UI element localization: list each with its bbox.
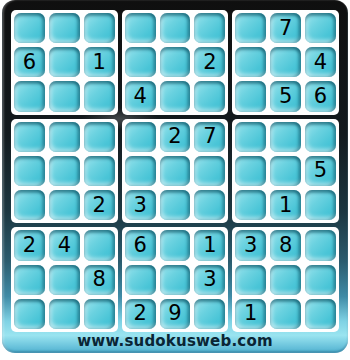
cell-r4c4[interactable] — [125, 122, 156, 152]
cell-r6c8[interactable]: 1 — [270, 190, 301, 220]
box-4: 2 — [11, 119, 118, 224]
cell-r3c8[interactable]: 5 — [270, 81, 301, 111]
cell-r1c6[interactable] — [194, 13, 225, 43]
cell-r9c6[interactable] — [194, 299, 225, 329]
cell-r9c4[interactable]: 2 — [125, 299, 156, 329]
cell-r2c4[interactable] — [125, 47, 156, 77]
cell-r9c5[interactable]: 9 — [160, 299, 191, 329]
cell-r6c2[interactable] — [49, 190, 80, 220]
cell-r1c2[interactable] — [49, 13, 80, 43]
cell-r5c6[interactable] — [194, 156, 225, 186]
box-1: 61 — [11, 10, 118, 115]
cell-r1c8[interactable]: 7 — [270, 13, 301, 43]
cell-r1c3[interactable] — [84, 13, 115, 43]
sudoku-grid: 6124745622735124861329381 — [11, 10, 339, 332]
cell-r3c2[interactable] — [49, 81, 80, 111]
cell-r7c4[interactable]: 6 — [125, 230, 156, 260]
cell-r8c9[interactable] — [305, 265, 336, 295]
cell-r7c3[interactable] — [84, 230, 115, 260]
box-8: 61329 — [122, 227, 229, 332]
cell-r1c9[interactable] — [305, 13, 336, 43]
cell-r1c7[interactable] — [235, 13, 266, 43]
box-5: 273 — [122, 119, 229, 224]
cell-r7c7[interactable]: 3 — [235, 230, 266, 260]
cell-r2c5[interactable] — [160, 47, 191, 77]
box-2: 24 — [122, 10, 229, 115]
cell-r8c1[interactable] — [14, 265, 45, 295]
cell-r5c1[interactable] — [14, 156, 45, 186]
cell-r4c5[interactable]: 2 — [160, 122, 191, 152]
cell-r8c8[interactable] — [270, 265, 301, 295]
cell-r5c2[interactable] — [49, 156, 80, 186]
cell-r3c6[interactable] — [194, 81, 225, 111]
cell-r4c2[interactable] — [49, 122, 80, 152]
cell-r4c7[interactable] — [235, 122, 266, 152]
cell-r2c9[interactable]: 4 — [305, 47, 336, 77]
cell-r8c5[interactable] — [160, 265, 191, 295]
cell-r2c1[interactable]: 6 — [14, 47, 45, 77]
cell-r5c3[interactable] — [84, 156, 115, 186]
cell-r4c6[interactable]: 7 — [194, 122, 225, 152]
cell-r8c7[interactable] — [235, 265, 266, 295]
cell-r6c7[interactable] — [235, 190, 266, 220]
cell-r6c5[interactable] — [160, 190, 191, 220]
box-9: 381 — [232, 227, 339, 332]
cell-r6c1[interactable] — [14, 190, 45, 220]
cell-r5c9[interactable]: 5 — [305, 156, 336, 186]
cell-r7c9[interactable] — [305, 230, 336, 260]
cell-r9c9[interactable] — [305, 299, 336, 329]
cell-r4c8[interactable] — [270, 122, 301, 152]
cell-r2c6[interactable]: 2 — [194, 47, 225, 77]
cell-r3c4[interactable]: 4 — [125, 81, 156, 111]
cell-r9c1[interactable] — [14, 299, 45, 329]
cell-r8c3[interactable]: 8 — [84, 265, 115, 295]
cell-r5c5[interactable] — [160, 156, 191, 186]
sudoku-board: 6124745622735124861329381 www.sudokusweb… — [2, 0, 348, 353]
cell-r7c2[interactable]: 4 — [49, 230, 80, 260]
cell-r3c9[interactable]: 6 — [305, 81, 336, 111]
cell-r2c2[interactable] — [49, 47, 80, 77]
cell-r5c7[interactable] — [235, 156, 266, 186]
site-url[interactable]: www.sudokusweb.com — [2, 332, 348, 350]
cell-r7c1[interactable]: 2 — [14, 230, 45, 260]
cell-r3c5[interactable] — [160, 81, 191, 111]
cell-r6c6[interactable] — [194, 190, 225, 220]
cell-r3c7[interactable] — [235, 81, 266, 111]
cell-r6c9[interactable] — [305, 190, 336, 220]
page: 6124745622735124861329381 www.sudokusweb… — [0, 0, 350, 360]
cell-r5c8[interactable] — [270, 156, 301, 186]
cell-r9c8[interactable] — [270, 299, 301, 329]
cell-r2c7[interactable] — [235, 47, 266, 77]
cell-r3c3[interactable] — [84, 81, 115, 111]
cell-r4c3[interactable] — [84, 122, 115, 152]
cell-r1c4[interactable] — [125, 13, 156, 43]
cell-r8c2[interactable] — [49, 265, 80, 295]
cell-r1c5[interactable] — [160, 13, 191, 43]
cell-r4c9[interactable] — [305, 122, 336, 152]
cell-r7c5[interactable] — [160, 230, 191, 260]
cell-r4c1[interactable] — [14, 122, 45, 152]
cell-r2c8[interactable] — [270, 47, 301, 77]
cell-r5c4[interactable] — [125, 156, 156, 186]
cell-r8c6[interactable]: 3 — [194, 265, 225, 295]
cell-r7c6[interactable]: 1 — [194, 230, 225, 260]
cell-r9c3[interactable] — [84, 299, 115, 329]
cell-r9c2[interactable] — [49, 299, 80, 329]
box-7: 248 — [11, 227, 118, 332]
cell-r6c4[interactable]: 3 — [125, 190, 156, 220]
cell-r2c3[interactable]: 1 — [84, 47, 115, 77]
box-6: 51 — [232, 119, 339, 224]
box-3: 7456 — [232, 10, 339, 115]
cell-r3c1[interactable] — [14, 81, 45, 111]
cell-r6c3[interactable]: 2 — [84, 190, 115, 220]
cell-r8c4[interactable] — [125, 265, 156, 295]
cell-r1c1[interactable] — [14, 13, 45, 43]
cell-r7c8[interactable]: 8 — [270, 230, 301, 260]
cell-r9c7[interactable]: 1 — [235, 299, 266, 329]
